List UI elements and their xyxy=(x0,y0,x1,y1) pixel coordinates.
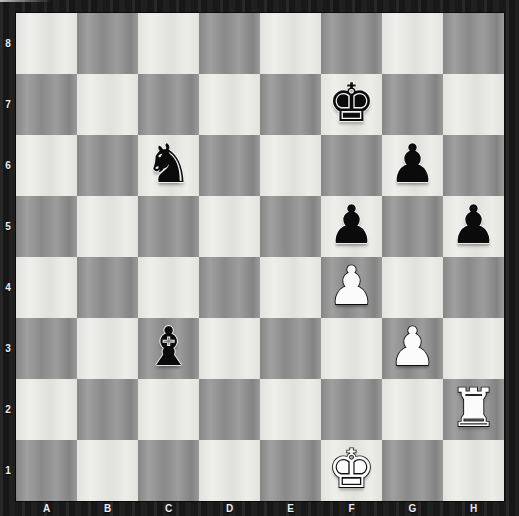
square-h2[interactable]: ♜ xyxy=(443,379,504,440)
file-labels: ABCDEFGH xyxy=(16,501,504,516)
square-h1[interactable] xyxy=(443,440,504,501)
square-g8[interactable] xyxy=(382,13,443,74)
square-a6[interactable] xyxy=(16,135,77,196)
square-d6[interactable] xyxy=(199,135,260,196)
piece-white-rook[interactable]: ♜ xyxy=(450,381,498,434)
piece-white-pawn[interactable]: ♟ xyxy=(328,259,376,312)
square-g5[interactable] xyxy=(382,196,443,257)
square-g7[interactable] xyxy=(382,74,443,135)
square-a4[interactable] xyxy=(16,257,77,318)
square-b7[interactable] xyxy=(77,74,138,135)
square-b6[interactable] xyxy=(77,135,138,196)
square-g2[interactable] xyxy=(382,379,443,440)
square-d2[interactable] xyxy=(199,379,260,440)
square-g4[interactable] xyxy=(382,257,443,318)
square-d4[interactable] xyxy=(199,257,260,318)
square-c6[interactable]: ♞ xyxy=(138,135,199,196)
square-d7[interactable] xyxy=(199,74,260,135)
square-h6[interactable] xyxy=(443,135,504,196)
file-label-h: H xyxy=(443,501,504,516)
square-h7[interactable] xyxy=(443,74,504,135)
square-b4[interactable] xyxy=(77,257,138,318)
square-a3[interactable] xyxy=(16,318,77,379)
square-e2[interactable] xyxy=(260,379,321,440)
square-c4[interactable] xyxy=(138,257,199,318)
file-label-c: C xyxy=(138,501,199,516)
file-label-b: B xyxy=(77,501,138,516)
square-d1[interactable] xyxy=(199,440,260,501)
square-f2[interactable] xyxy=(321,379,382,440)
rank-label-7: 7 xyxy=(0,74,16,135)
square-d8[interactable] xyxy=(199,13,260,74)
square-e4[interactable] xyxy=(260,257,321,318)
square-c8[interactable] xyxy=(138,13,199,74)
square-c7[interactable] xyxy=(138,74,199,135)
chessboard: 87654321 ♚♞♟♟♟♟♝♟♜♚ ABCDEFGH xyxy=(0,0,519,516)
square-b1[interactable] xyxy=(77,440,138,501)
square-d3[interactable] xyxy=(199,318,260,379)
file-label-e: E xyxy=(260,501,321,516)
square-b5[interactable] xyxy=(77,196,138,257)
square-f7[interactable]: ♚ xyxy=(321,74,382,135)
piece-white-king[interactable]: ♚ xyxy=(328,442,376,495)
square-a8[interactable] xyxy=(16,13,77,74)
square-f3[interactable] xyxy=(321,318,382,379)
square-h5[interactable]: ♟ xyxy=(443,196,504,257)
square-a2[interactable] xyxy=(16,379,77,440)
square-b3[interactable] xyxy=(77,318,138,379)
file-label-g: G xyxy=(382,501,443,516)
square-b2[interactable] xyxy=(77,379,138,440)
rank-label-6: 6 xyxy=(0,135,16,196)
square-a7[interactable] xyxy=(16,74,77,135)
rank-label-2: 2 xyxy=(0,379,16,440)
square-f8[interactable] xyxy=(321,13,382,74)
rank-label-8: 8 xyxy=(0,13,16,74)
square-c5[interactable] xyxy=(138,196,199,257)
file-label-f: F xyxy=(321,501,382,516)
square-h4[interactable] xyxy=(443,257,504,318)
rank-labels: 87654321 xyxy=(0,13,16,501)
square-e8[interactable] xyxy=(260,13,321,74)
square-e5[interactable] xyxy=(260,196,321,257)
board-grid: ♚♞♟♟♟♟♝♟♜♚ xyxy=(16,13,504,501)
square-b8[interactable] xyxy=(77,13,138,74)
square-g1[interactable] xyxy=(382,440,443,501)
piece-black-bishop[interactable]: ♝ xyxy=(145,320,193,373)
square-e1[interactable] xyxy=(260,440,321,501)
square-f5[interactable]: ♟ xyxy=(321,196,382,257)
square-c2[interactable] xyxy=(138,379,199,440)
file-label-d: D xyxy=(199,501,260,516)
square-e3[interactable] xyxy=(260,318,321,379)
square-e6[interactable] xyxy=(260,135,321,196)
square-g3[interactable]: ♟ xyxy=(382,318,443,379)
square-g6[interactable]: ♟ xyxy=(382,135,443,196)
square-e7[interactable] xyxy=(260,74,321,135)
piece-black-pawn[interactable]: ♟ xyxy=(328,198,376,251)
square-f6[interactable] xyxy=(321,135,382,196)
piece-black-king[interactable]: ♚ xyxy=(328,76,376,129)
piece-black-pawn[interactable]: ♟ xyxy=(450,198,498,251)
piece-black-pawn[interactable]: ♟ xyxy=(389,137,437,190)
square-a1[interactable] xyxy=(16,440,77,501)
rank-label-4: 4 xyxy=(0,257,16,318)
rank-label-5: 5 xyxy=(0,196,16,257)
square-c1[interactable] xyxy=(138,440,199,501)
piece-white-pawn[interactable]: ♟ xyxy=(389,320,437,373)
file-label-a: A xyxy=(16,501,77,516)
square-f4[interactable]: ♟ xyxy=(321,257,382,318)
piece-black-knight[interactable]: ♞ xyxy=(145,137,193,190)
square-h8[interactable] xyxy=(443,13,504,74)
square-c3[interactable]: ♝ xyxy=(138,318,199,379)
square-h3[interactable] xyxy=(443,318,504,379)
rank-label-1: 1 xyxy=(0,440,16,501)
square-d5[interactable] xyxy=(199,196,260,257)
square-f1[interactable]: ♚ xyxy=(321,440,382,501)
rank-label-3: 3 xyxy=(0,318,16,379)
square-a5[interactable] xyxy=(16,196,77,257)
